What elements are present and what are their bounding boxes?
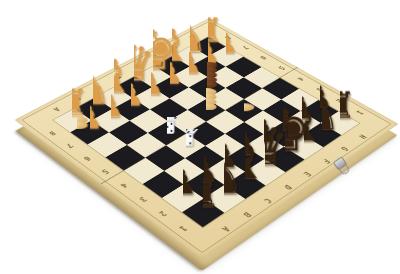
rank-label: 3 <box>132 192 150 204</box>
die-pip <box>162 129 164 131</box>
die-cube <box>179 128 192 145</box>
file-label: B <box>236 207 255 220</box>
die <box>186 128 199 145</box>
die-pip <box>192 128 196 130</box>
die-front-face <box>160 120 174 133</box>
rank-label: 6 <box>253 52 269 61</box>
rank-label: 1 <box>171 221 190 234</box>
die-pip <box>189 134 191 136</box>
rank-label: 4 <box>113 178 131 190</box>
white-pawn: ♟ <box>76 102 103 132</box>
rank-label: 5 <box>94 165 112 177</box>
checker-piece <box>197 80 217 88</box>
die-pip <box>189 142 191 144</box>
die-cube <box>160 116 173 133</box>
die-pip <box>174 116 178 118</box>
rank-label: 7 <box>59 139 76 150</box>
checker-stack <box>206 88 227 111</box>
rank-label: 4 <box>290 73 306 82</box>
rank-label: 8 <box>42 127 59 138</box>
rank-label: 5 <box>272 62 288 71</box>
file-label: A <box>215 221 234 234</box>
die-front-face <box>179 133 193 146</box>
die-pip <box>171 122 173 124</box>
die-pip <box>181 142 183 144</box>
die-pip <box>181 134 183 136</box>
light-checkers <box>196 88 217 111</box>
chess-board: ♜♟♟♜♞♟♟♞♝♟♟♝♚♟♟♚♛♟♟♛♝♟♟♝♞♟♟♞♜♟♟♜ 88HH77G… <box>14 18 399 259</box>
checker-piece <box>196 103 217 111</box>
product-photo-scene: ♜♟♟♜♞♟♟♞♝♟♟♝♚♟♟♚♛♟♟♛♝♟♟♝♞♟♟♞♜♟♟♜ 88HH77G… <box>0 0 400 274</box>
die-pip <box>171 129 173 131</box>
checker-piece <box>234 103 255 111</box>
die-pip <box>166 126 168 128</box>
dark-brown-checkers <box>197 61 217 88</box>
piece-billboard: ♜ <box>203 173 239 213</box>
piece-billboard: ♟ <box>90 102 117 132</box>
die-pip <box>184 128 188 130</box>
black-rook: ♜ <box>185 173 221 213</box>
rank-label: 6 <box>76 152 94 163</box>
checker-stack <box>207 61 227 88</box>
light-checkers <box>234 103 255 111</box>
rank-label: 2 <box>151 206 170 219</box>
die-pip <box>162 122 164 124</box>
